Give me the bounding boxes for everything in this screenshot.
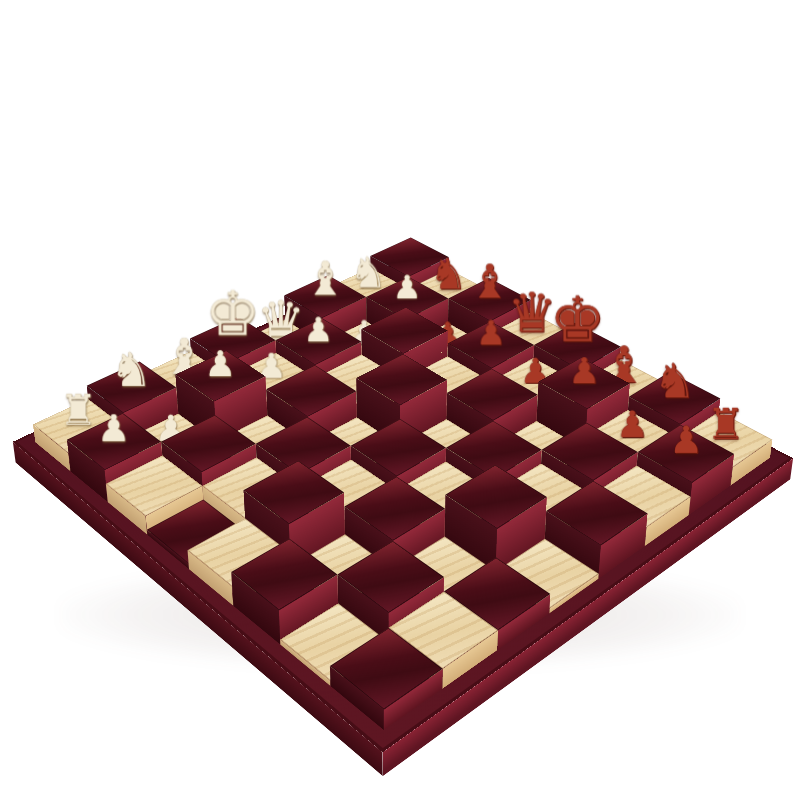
white-pawn-glyph: ♟	[176, 346, 265, 382]
red-pawn-glyph: ♟	[539, 353, 628, 389]
white-pawn-glyph: ♟	[276, 313, 360, 347]
product-photo: ♞♝♛♚♝♞♜♞♟♟♟♟♟♟♟♝♟♛♟♚♟♝♟♞♟♜♟	[0, 0, 800, 800]
white-pawn-glyph: ♟	[67, 410, 160, 447]
scene: ♞♝♛♚♝♞♜♞♟♟♟♟♟♟♟♝♟♛♟♚♟♝♟♞♟♜♟	[0, 0, 800, 800]
red-pawn-glyph: ♟	[639, 422, 733, 460]
square-r5c1: ♟	[175, 350, 265, 401]
square-r1c5: ♟	[538, 357, 630, 409]
red-knight-glyph: ♞	[630, 356, 719, 404]
red-pawn-glyph: ♟	[449, 316, 534, 350]
square-r7c1: ♟	[67, 413, 161, 470]
square-r1c7: ♟	[638, 425, 734, 483]
white-pawn-glyph: ♟	[367, 271, 448, 303]
white-knight-glyph: ♞	[87, 346, 175, 393]
